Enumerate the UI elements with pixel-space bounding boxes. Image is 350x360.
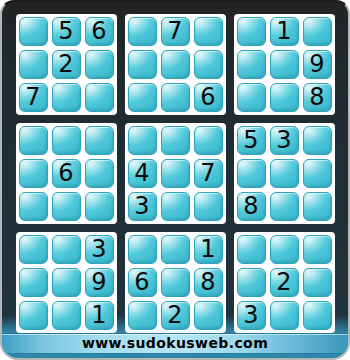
cell-digit: 3: [134, 194, 149, 218]
sudoku-cell-r7c7[interactable]: [237, 235, 266, 264]
sudoku-board-panel: 5627761986473538391168223 www.sudokusweb…: [0, 0, 350, 360]
sudoku-cell-r9c5[interactable]: 2: [161, 301, 190, 330]
cell-digit: 7: [25, 85, 40, 109]
sudoku-cell-r5c1[interactable]: [19, 159, 48, 188]
cell-digit: 2: [167, 303, 182, 327]
sudoku-cell-r7c6[interactable]: 1: [194, 235, 223, 264]
sudoku-cell-r4c5[interactable]: [161, 126, 190, 155]
sudoku-cell-r1c1[interactable]: [19, 17, 48, 46]
cell-digit: 5: [243, 128, 258, 152]
sudoku-cell-r4c7[interactable]: 5: [237, 126, 266, 155]
sudoku-cell-r2c6[interactable]: [194, 50, 223, 79]
sudoku-box-3-3: 23: [234, 232, 335, 333]
cell-digit: 3: [276, 128, 291, 152]
sudoku-box-1-2: 76: [125, 14, 226, 115]
sudoku-box-1-1: 5627: [16, 14, 117, 115]
sudoku-cell-r5c7[interactable]: [237, 159, 266, 188]
sudoku-cell-r8c1[interactable]: [19, 268, 48, 297]
sudoku-cell-r2c8[interactable]: [270, 50, 299, 79]
sudoku-cell-r9c6[interactable]: [194, 301, 223, 330]
sudoku-cell-r6c4[interactable]: 3: [128, 192, 157, 221]
sudoku-cell-r4c6[interactable]: [194, 126, 223, 155]
cell-digit: 1: [276, 19, 291, 43]
sudoku-cell-r6c9[interactable]: [303, 192, 332, 221]
sudoku-cell-r4c1[interactable]: [19, 126, 48, 155]
sudoku-cell-r1c4[interactable]: [128, 17, 157, 46]
cell-digit: 4: [134, 161, 149, 185]
cell-digit: 8: [200, 270, 215, 294]
sudoku-cell-r3c7[interactable]: [237, 83, 266, 112]
sudoku-cell-r6c6[interactable]: [194, 192, 223, 221]
sudoku-cell-r1c6[interactable]: [194, 17, 223, 46]
sudoku-cell-r5c9[interactable]: [303, 159, 332, 188]
sudoku-cell-r8c9[interactable]: [303, 268, 332, 297]
sudoku-cell-r2c5[interactable]: [161, 50, 190, 79]
sudoku-cell-r6c7[interactable]: 8: [237, 192, 266, 221]
cell-digit: 2: [276, 270, 291, 294]
site-link[interactable]: www.sudokusweb.com: [82, 334, 268, 353]
sudoku-cell-r3c9[interactable]: 8: [303, 83, 332, 112]
sudoku-cell-r6c5[interactable]: [161, 192, 190, 221]
sudoku-cell-r8c2[interactable]: [52, 268, 81, 297]
cell-digit: 2: [58, 52, 73, 76]
sudoku-cell-r9c8[interactable]: [270, 301, 299, 330]
sudoku-box-2-2: 473: [125, 123, 226, 224]
sudoku-cell-r5c2[interactable]: 6: [52, 159, 81, 188]
cell-digit: 3: [243, 303, 258, 327]
cell-digit: 1: [200, 237, 215, 261]
sudoku-cell-r5c5[interactable]: [161, 159, 190, 188]
sudoku-cell-r6c1[interactable]: [19, 192, 48, 221]
sudoku-cell-r2c4[interactable]: [128, 50, 157, 79]
sudoku-cell-r7c9[interactable]: [303, 235, 332, 264]
sudoku-cell-r4c9[interactable]: [303, 126, 332, 155]
sudoku-cell-r6c8[interactable]: [270, 192, 299, 221]
sudoku-cell-r8c4[interactable]: 6: [128, 268, 157, 297]
sudoku-cell-r4c8[interactable]: 3: [270, 126, 299, 155]
sudoku-cell-r5c4[interactable]: 4: [128, 159, 157, 188]
sudoku-cell-r3c8[interactable]: [270, 83, 299, 112]
sudoku-cell-r5c8[interactable]: [270, 159, 299, 188]
sudoku-cell-r3c4[interactable]: [128, 83, 157, 112]
sudoku-cell-r7c4[interactable]: [128, 235, 157, 264]
sudoku-box-3-1: 391: [16, 232, 117, 333]
sudoku-box-2-3: 538: [234, 123, 335, 224]
sudoku-cell-r9c9[interactable]: [303, 301, 332, 330]
sudoku-cell-r7c3[interactable]: 3: [85, 235, 114, 264]
cell-digit: 5: [58, 19, 73, 43]
sudoku-cell-r7c5[interactable]: [161, 235, 190, 264]
footer-bar: www.sudokusweb.com: [2, 334, 348, 353]
sudoku-cell-r3c3[interactable]: [85, 83, 114, 112]
sudoku-cell-r7c2[interactable]: [52, 235, 81, 264]
sudoku-cell-r7c8[interactable]: [270, 235, 299, 264]
cell-digit: 8: [309, 85, 324, 109]
sudoku-cell-r8c6[interactable]: 8: [194, 268, 223, 297]
sudoku-box-1-3: 198: [234, 14, 335, 115]
cell-digit: 8: [243, 194, 258, 218]
cell-digit: 7: [200, 161, 215, 185]
sudoku-cell-r9c2[interactable]: [52, 301, 81, 330]
sudoku-cell-r3c2[interactable]: [52, 83, 81, 112]
sudoku-box-2-1: 6: [16, 123, 117, 224]
sudoku-box-3-2: 1682: [125, 232, 226, 333]
sudoku-cell-r4c4[interactable]: [128, 126, 157, 155]
sudoku-cell-r9c3[interactable]: 1: [85, 301, 114, 330]
sudoku-cell-r2c2[interactable]: 2: [52, 50, 81, 79]
sudoku-cell-r1c9[interactable]: [303, 17, 332, 46]
cell-digit: 9: [91, 270, 106, 294]
sudoku-cell-r1c2[interactable]: 5: [52, 17, 81, 46]
sudoku-cell-r5c6[interactable]: 7: [194, 159, 223, 188]
sudoku-cell-r1c5[interactable]: 7: [161, 17, 190, 46]
cell-digit: 3: [91, 237, 106, 261]
sudoku-cell-r4c2[interactable]: [52, 126, 81, 155]
sudoku-cell-r1c3[interactable]: 6: [85, 17, 114, 46]
cell-digit: 6: [200, 85, 215, 109]
cell-digit: 7: [167, 19, 182, 43]
cell-digit: 1: [91, 303, 106, 327]
sudoku-cell-r2c3[interactable]: [85, 50, 114, 79]
sudoku-cell-r8c5[interactable]: [161, 268, 190, 297]
sudoku-cell-r1c8[interactable]: 1: [270, 17, 299, 46]
sudoku-cell-r8c7[interactable]: [237, 268, 266, 297]
cell-digit: 9: [309, 52, 324, 76]
sudoku-cell-r2c9[interactable]: 9: [303, 50, 332, 79]
sudoku-cell-r6c3[interactable]: [85, 192, 114, 221]
page: 5627761986473538391168223 www.sudokusweb…: [0, 0, 350, 360]
sudoku-cell-r3c6[interactable]: 6: [194, 83, 223, 112]
cell-digit: 6: [58, 161, 73, 185]
sudoku-cell-r8c3[interactable]: 9: [85, 268, 114, 297]
sudoku-cell-r9c7[interactable]: 3: [237, 301, 266, 330]
sudoku-cell-r3c5[interactable]: [161, 83, 190, 112]
sudoku-cell-r4c3[interactable]: [85, 126, 114, 155]
sudoku-cell-r1c7[interactable]: [237, 17, 266, 46]
sudoku-cell-r9c1[interactable]: [19, 301, 48, 330]
cell-digit: 6: [134, 270, 149, 294]
sudoku-cell-r2c1[interactable]: [19, 50, 48, 79]
sudoku-cell-r5c3[interactable]: [85, 159, 114, 188]
sudoku-cell-r6c2[interactable]: [52, 192, 81, 221]
sudoku-cell-r8c8[interactable]: 2: [270, 268, 299, 297]
cell-digit: 6: [91, 19, 106, 43]
sudoku-cell-r2c7[interactable]: [237, 50, 266, 79]
sudoku-cell-r7c1[interactable]: [19, 235, 48, 264]
sudoku-board: 5627761986473538391168223: [2, 14, 348, 333]
sudoku-cell-r9c4[interactable]: [128, 301, 157, 330]
sudoku-cell-r3c1[interactable]: 7: [19, 83, 48, 112]
